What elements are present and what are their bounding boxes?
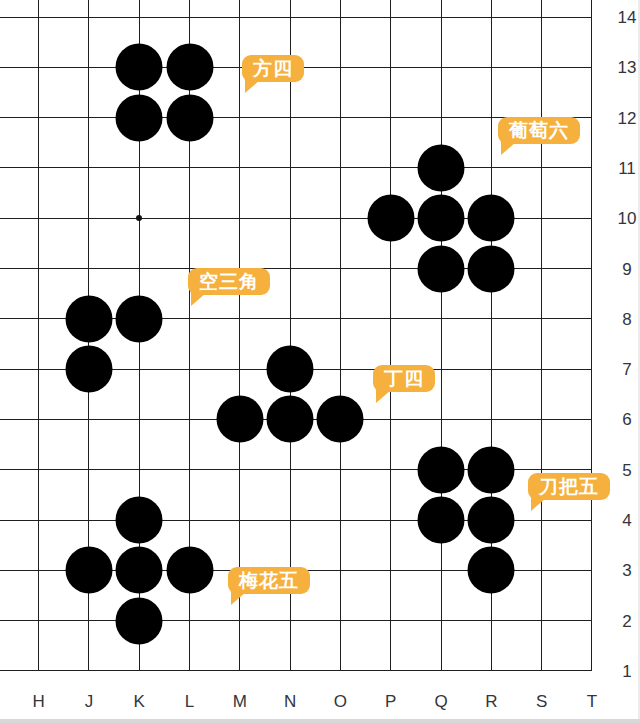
- black-stone-K2: [116, 597, 163, 644]
- row-label-2: 2: [622, 612, 631, 629]
- black-stone-K12: [116, 94, 163, 141]
- black-stone-J8: [65, 295, 112, 342]
- row-label-3: 3: [622, 562, 631, 579]
- image-bottom-edge: [0, 719, 640, 723]
- shape-label-text: 刀把五: [539, 474, 599, 500]
- col-label-M: M: [233, 693, 247, 710]
- bubble-tail: [376, 390, 391, 403]
- black-stone-O6: [317, 396, 364, 443]
- black-stone-J3: [65, 547, 112, 594]
- black-stone-Q5: [418, 446, 465, 493]
- row-label-4: 4: [622, 512, 631, 529]
- black-stone-R4: [468, 497, 515, 544]
- col-label-Q: Q: [434, 693, 447, 710]
- black-stone-P10: [367, 195, 414, 242]
- grid-line-row-11: [0, 167, 592, 168]
- col-label-J: J: [85, 693, 94, 710]
- shape-label-text: 梅花五: [239, 568, 299, 594]
- col-label-K: K: [134, 693, 145, 710]
- grid-line-row-2: [0, 620, 592, 621]
- row-label-12: 12: [618, 109, 637, 126]
- col-label-T: T: [587, 693, 597, 710]
- shape-label-bubble-3: 空三角: [188, 268, 270, 295]
- black-stone-R5: [468, 446, 515, 493]
- col-label-O: O: [334, 693, 347, 710]
- black-stone-R3: [468, 547, 515, 594]
- col-label-R: R: [485, 693, 497, 710]
- shape-label-text: 方四: [253, 56, 293, 82]
- grid-line-row-14: [0, 17, 592, 18]
- row-label-13: 13: [618, 59, 637, 76]
- black-stone-Q10: [418, 195, 465, 242]
- row-label-6: 6: [622, 411, 631, 428]
- black-stone-R9: [468, 245, 515, 292]
- row-label-9: 9: [622, 260, 631, 277]
- bubble-tail: [245, 80, 260, 93]
- row-label-5: 5: [622, 461, 631, 478]
- black-stone-R10: [468, 195, 515, 242]
- shape-label-bubble-2: 葡萄六: [498, 117, 580, 144]
- col-label-H: H: [32, 693, 44, 710]
- shape-label-bubble-1: 方四: [242, 55, 304, 82]
- col-label-L: L: [185, 693, 194, 710]
- black-stone-Q9: [418, 245, 465, 292]
- row-label-14: 14: [618, 9, 637, 26]
- row-label-10: 10: [618, 210, 637, 227]
- col-label-P: P: [385, 693, 396, 710]
- shape-label-bubble-4: 丁四: [373, 365, 435, 392]
- go-diagram-screenshot: HJKLMNOPQRST1413121110987654321 方四葡萄六空三角…: [0, 0, 640, 723]
- shape-label-bubble-6: 梅花五: [228, 567, 310, 594]
- bubble-tail: [531, 498, 546, 511]
- go-board: HJKLMNOPQRST1413121110987654321 方四葡萄六空三角…: [0, 0, 640, 723]
- black-stone-Q4: [418, 497, 465, 544]
- grid-line-row-1: [0, 670, 592, 671]
- col-label-S: S: [536, 693, 547, 710]
- shape-label-bubble-5: 刀把五: [528, 473, 610, 500]
- star-point-K10: [136, 215, 142, 221]
- shape-label-text: 空三角: [199, 269, 259, 295]
- black-stone-M6: [216, 396, 263, 443]
- black-stone-K4: [116, 497, 163, 544]
- col-label-N: N: [284, 693, 296, 710]
- shape-label-text: 丁四: [384, 366, 424, 392]
- row-label-11: 11: [618, 159, 636, 176]
- row-label-7: 7: [622, 361, 631, 378]
- black-stone-K13: [116, 44, 163, 91]
- row-label-8: 8: [622, 310, 631, 327]
- bubble-tail: [501, 142, 516, 155]
- black-stone-N6: [267, 396, 314, 443]
- black-stone-K3: [116, 547, 163, 594]
- black-stone-N7: [267, 346, 314, 393]
- black-stone-K8: [116, 295, 163, 342]
- shape-label-text: 葡萄六: [509, 118, 569, 144]
- black-stone-L3: [166, 547, 213, 594]
- row-label-1: 1: [622, 662, 631, 679]
- black-stone-Q11: [418, 144, 465, 191]
- black-stone-L12: [166, 94, 213, 141]
- black-stone-L13: [166, 44, 213, 91]
- black-stone-J7: [65, 346, 112, 393]
- bubble-tail: [191, 293, 206, 306]
